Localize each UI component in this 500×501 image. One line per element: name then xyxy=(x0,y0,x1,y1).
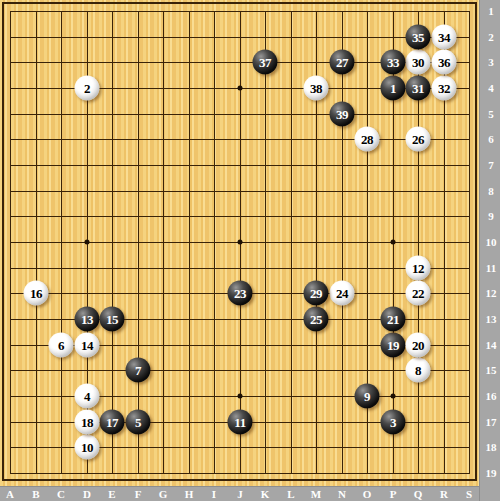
stone-black-1: 1 xyxy=(381,76,406,101)
stone-white-34: 34 xyxy=(432,25,457,50)
stone-black-11: 11 xyxy=(228,410,253,435)
row-label-2: 2 xyxy=(488,32,494,43)
row-label-7: 7 xyxy=(488,160,494,171)
stone-white-22: 22 xyxy=(406,281,431,306)
stone-white-26: 26 xyxy=(406,127,431,152)
stone-white-16: 16 xyxy=(24,281,49,306)
stone-white-36: 36 xyxy=(432,50,457,75)
star-point xyxy=(391,394,396,399)
stone-white-38: 38 xyxy=(304,76,329,101)
stone-white-24: 24 xyxy=(330,281,355,306)
row-label-17: 17 xyxy=(486,417,497,428)
row-label-15: 15 xyxy=(486,365,497,376)
stone-black-7: 7 xyxy=(126,358,151,383)
stone-black-19: 19 xyxy=(381,333,406,358)
stone-white-20: 20 xyxy=(406,333,431,358)
column-label-L: L xyxy=(287,489,294,500)
stone-black-25: 25 xyxy=(304,307,329,332)
column-label-J: J xyxy=(237,489,243,500)
stone-black-9: 9 xyxy=(355,384,380,409)
column-label-B: B xyxy=(32,489,39,500)
stone-white-14: 14 xyxy=(75,333,100,358)
column-label-E: E xyxy=(108,489,115,500)
stone-black-27: 27 xyxy=(330,50,355,75)
column-label-F: F xyxy=(135,489,142,500)
column-label-D: D xyxy=(83,489,91,500)
stone-white-10: 10 xyxy=(75,435,100,460)
row-label-10: 10 xyxy=(486,237,497,248)
go-board[interactable]: 1234567891011121314151617181920212223242… xyxy=(0,0,479,486)
grid-line-horizontal-11 xyxy=(10,268,470,269)
column-label-C: C xyxy=(57,489,65,500)
column-label-K: K xyxy=(261,489,270,500)
row-label-14: 14 xyxy=(486,340,497,351)
column-label-N: N xyxy=(338,489,346,500)
row-label-16: 16 xyxy=(486,391,497,402)
stone-black-29: 29 xyxy=(304,281,329,306)
row-label-18: 18 xyxy=(486,442,497,453)
go-kifu-diagram: 1234567891011121314151617181920212223242… xyxy=(0,0,500,501)
grid-line-vertical-N xyxy=(342,11,343,474)
stone-black-35: 35 xyxy=(406,25,431,50)
star-point xyxy=(85,240,90,245)
stone-black-21: 21 xyxy=(381,307,406,332)
column-label-band: ABCDEFGHIJKLMNOPQRS xyxy=(0,486,479,501)
column-label-A: A xyxy=(6,489,14,500)
stone-black-37: 37 xyxy=(253,50,278,75)
column-label-O: O xyxy=(363,489,372,500)
stone-white-2: 2 xyxy=(75,76,100,101)
star-point xyxy=(238,86,243,91)
row-label-9: 9 xyxy=(488,211,494,222)
column-label-I: I xyxy=(212,489,216,500)
column-label-P: P xyxy=(390,489,397,500)
stone-black-5: 5 xyxy=(126,410,151,435)
column-label-H: H xyxy=(185,489,194,500)
stone-black-13: 13 xyxy=(75,307,100,332)
grid-line-vertical-K xyxy=(265,11,266,474)
stone-black-39: 39 xyxy=(330,102,355,127)
stone-black-33: 33 xyxy=(381,50,406,75)
row-label-13: 13 xyxy=(486,314,497,325)
row-label-19: 19 xyxy=(486,468,497,479)
stone-black-31: 31 xyxy=(406,76,431,101)
column-label-Q: Q xyxy=(414,489,423,500)
stone-black-15: 15 xyxy=(100,307,125,332)
stone-black-23: 23 xyxy=(228,281,253,306)
row-label-6: 6 xyxy=(488,134,494,145)
row-label-8: 8 xyxy=(488,186,494,197)
row-label-1: 1 xyxy=(488,6,494,17)
star-point xyxy=(238,394,243,399)
star-point xyxy=(238,240,243,245)
stone-white-6: 6 xyxy=(49,333,74,358)
grid-line-vertical-L xyxy=(291,11,292,474)
stone-black-17: 17 xyxy=(100,410,125,435)
stone-white-4: 4 xyxy=(75,384,100,409)
row-label-12: 12 xyxy=(486,288,497,299)
row-label-4: 4 xyxy=(488,83,494,94)
stone-white-8: 8 xyxy=(406,358,431,383)
stone-white-28: 28 xyxy=(355,127,380,152)
column-label-S: S xyxy=(466,489,472,500)
column-label-M: M xyxy=(311,489,321,500)
column-label-R: R xyxy=(440,489,448,500)
grid-line-horizontal-19 xyxy=(10,473,470,474)
row-label-11: 11 xyxy=(486,263,496,274)
row-label-3: 3 xyxy=(488,57,494,68)
grid-line-horizontal-15 xyxy=(10,370,470,371)
stone-white-32: 32 xyxy=(432,76,457,101)
star-point xyxy=(391,240,396,245)
stone-white-18: 18 xyxy=(75,410,100,435)
row-label-5: 5 xyxy=(488,109,494,120)
stone-white-30: 30 xyxy=(406,50,431,75)
row-label-band: 12345678910111213141516171819 xyxy=(479,0,500,501)
column-label-G: G xyxy=(159,489,168,500)
grid-line-vertical-S xyxy=(469,11,470,474)
stone-white-12: 12 xyxy=(406,256,431,281)
stone-black-3: 3 xyxy=(381,410,406,435)
